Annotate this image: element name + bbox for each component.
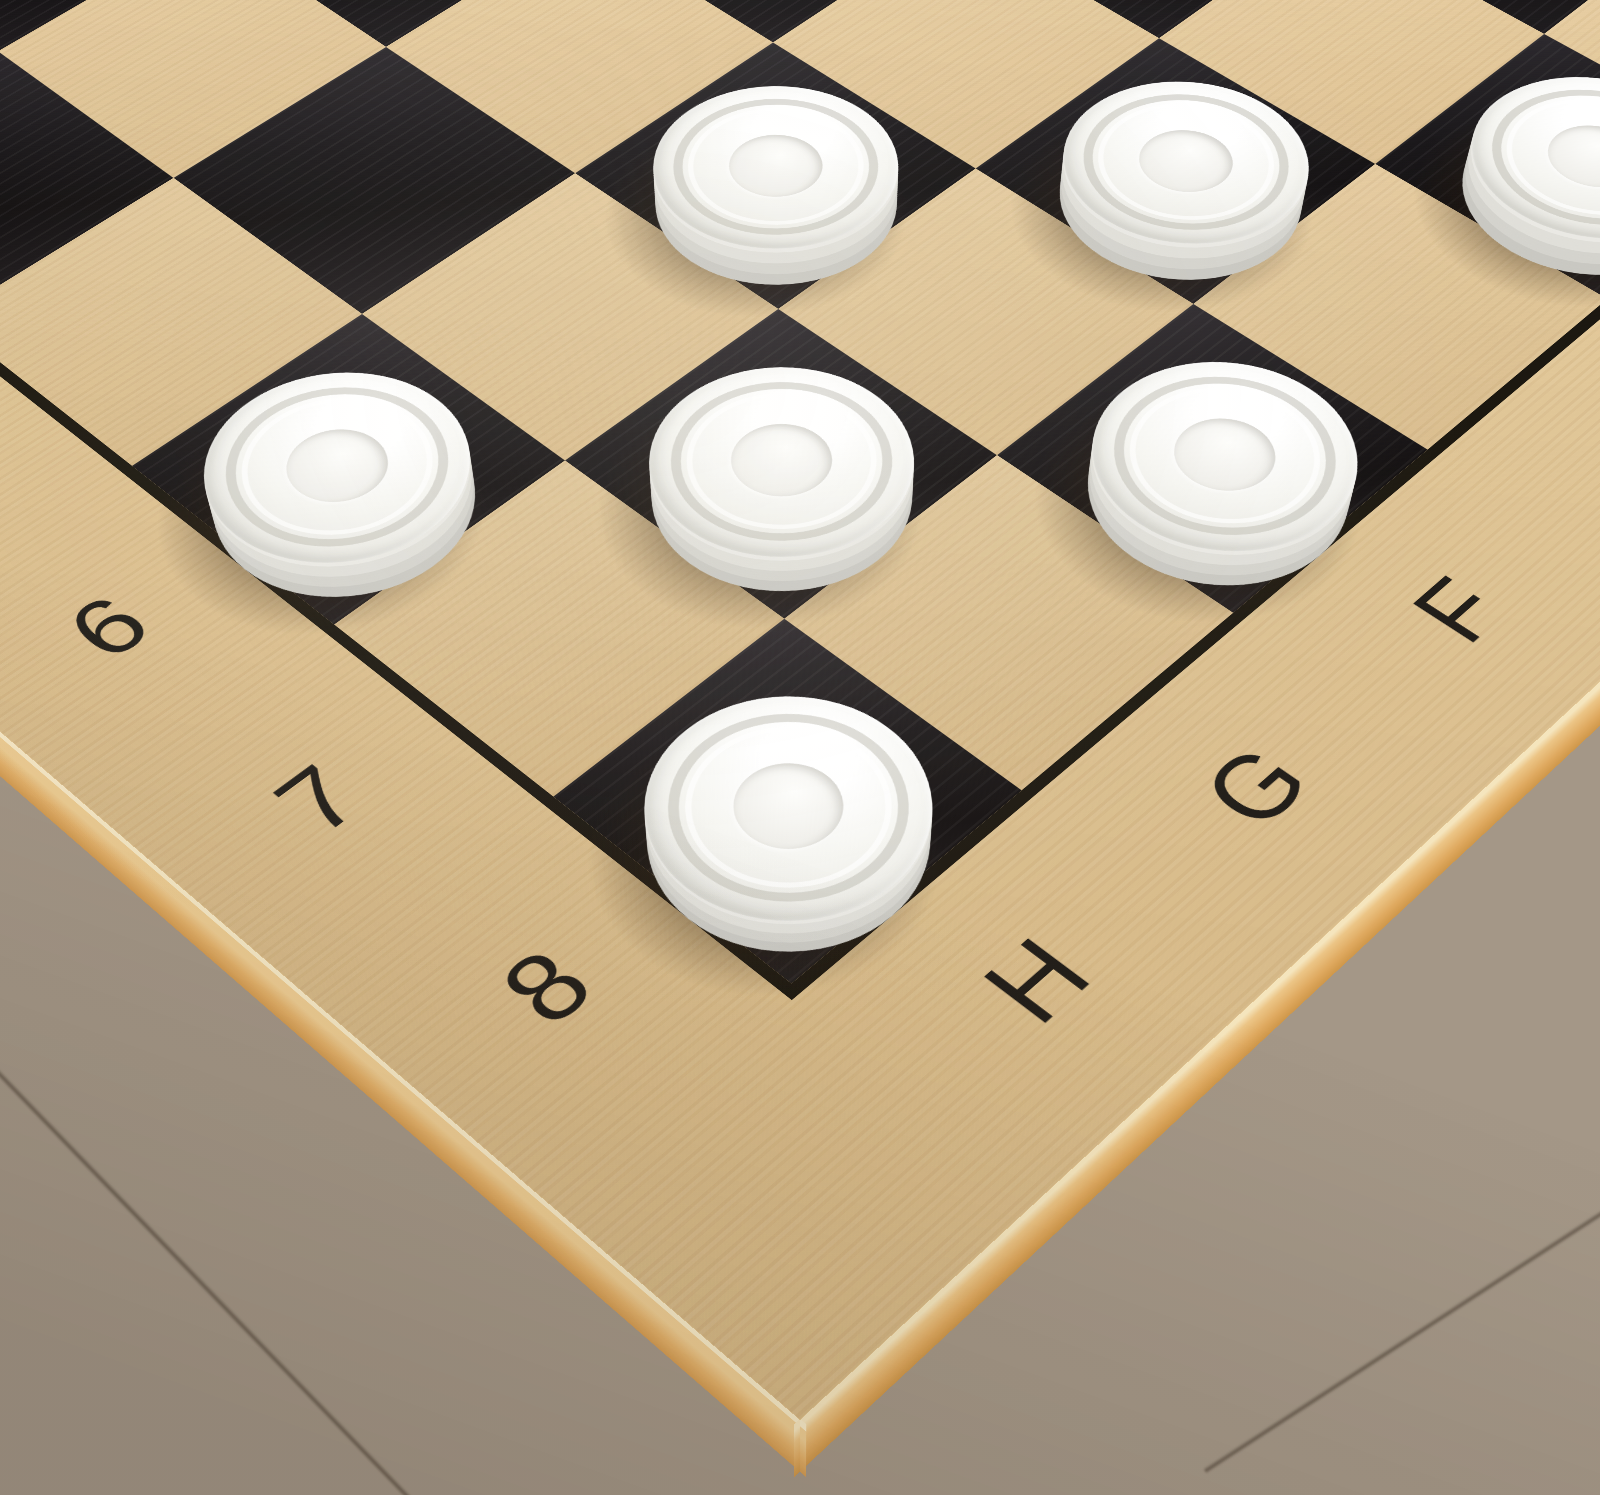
scene: 678FGH (0, 0, 1600, 1495)
piece-white-h6[interactable] (161, 374, 529, 641)
table-plank-seam (1203, 1174, 1600, 1473)
piece-white-f6[interactable] (606, 94, 946, 322)
piece-white-e7[interactable] (1010, 90, 1350, 318)
piece-white-f8[interactable] (1034, 364, 1400, 629)
